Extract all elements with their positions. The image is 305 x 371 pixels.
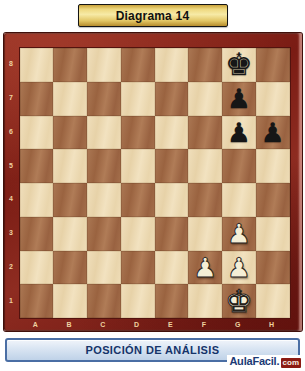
square-c7 bbox=[87, 82, 121, 116]
file-label-a: A bbox=[19, 317, 53, 331]
square-a8 bbox=[20, 48, 54, 82]
chess-board: ♚♟♟♟♟♟♟♚ bbox=[19, 47, 291, 319]
black-king: ♚ bbox=[225, 49, 253, 80]
square-h7 bbox=[256, 82, 290, 116]
white-pawn: ♟ bbox=[193, 254, 217, 281]
chess-diagram-page: Diagrama 14 ♚♟♟♟♟♟♟♚ ABCDEFGH 87654321 P… bbox=[0, 0, 305, 371]
square-g4 bbox=[222, 183, 256, 217]
square-g3: ♟ bbox=[222, 217, 256, 251]
diagram-title-plaque: Diagrama 14 bbox=[78, 4, 228, 27]
rank-label-6: 6 bbox=[4, 115, 19, 149]
square-a5 bbox=[20, 149, 54, 183]
square-g5 bbox=[222, 149, 256, 183]
square-f4 bbox=[188, 183, 222, 217]
square-b5 bbox=[53, 149, 87, 183]
file-label-b: B bbox=[52, 317, 86, 331]
aulafacil-brand-text: AulaFacil bbox=[229, 355, 276, 367]
square-c6 bbox=[87, 116, 121, 150]
square-c5 bbox=[87, 149, 121, 183]
rank-label-1: 1 bbox=[4, 283, 19, 317]
rank-label-4: 4 bbox=[4, 182, 19, 216]
rank-label-3: 3 bbox=[4, 216, 19, 250]
square-b4 bbox=[53, 183, 87, 217]
square-g7: ♟ bbox=[222, 82, 256, 116]
square-e5 bbox=[155, 149, 189, 183]
square-f2: ♟ bbox=[188, 251, 222, 285]
square-h8 bbox=[256, 48, 290, 82]
chess-board-frame: ♚♟♟♟♟♟♟♚ ABCDEFGH 87654321 bbox=[4, 33, 302, 331]
white-king: ♚ bbox=[225, 286, 253, 317]
square-a2 bbox=[20, 251, 54, 285]
diagram-title: Diagrama 14 bbox=[116, 9, 190, 23]
aulafacil-logo: AulaFacil.com bbox=[227, 355, 301, 368]
square-h6: ♟ bbox=[256, 116, 290, 150]
rank-label-8: 8 bbox=[4, 47, 19, 81]
file-label-g: G bbox=[221, 317, 255, 331]
square-h4 bbox=[256, 183, 290, 217]
square-c4 bbox=[87, 183, 121, 217]
square-d7 bbox=[121, 82, 155, 116]
square-h5 bbox=[256, 149, 290, 183]
aulafacil-dot: . bbox=[276, 355, 279, 367]
square-c8 bbox=[87, 48, 121, 82]
rank-label-7: 7 bbox=[4, 81, 19, 115]
white-pawn: ♟ bbox=[227, 220, 251, 247]
square-d6 bbox=[121, 116, 155, 150]
square-e2 bbox=[155, 251, 189, 285]
file-label-f: F bbox=[187, 317, 221, 331]
square-h2 bbox=[256, 251, 290, 285]
rank-labels: 87654321 bbox=[4, 47, 19, 317]
square-b2 bbox=[53, 251, 87, 285]
square-f3 bbox=[188, 217, 222, 251]
square-h3 bbox=[256, 217, 290, 251]
file-labels: ABCDEFGH bbox=[19, 317, 289, 331]
square-e6 bbox=[155, 116, 189, 150]
square-g6: ♟ bbox=[222, 116, 256, 150]
square-a6 bbox=[20, 116, 54, 150]
square-e4 bbox=[155, 183, 189, 217]
file-label-d: D bbox=[120, 317, 154, 331]
square-b8 bbox=[53, 48, 87, 82]
square-f8 bbox=[188, 48, 222, 82]
square-g8: ♚ bbox=[222, 48, 256, 82]
file-label-h: H bbox=[255, 317, 289, 331]
aulafacil-tld-badge: com bbox=[281, 358, 301, 368]
square-f6 bbox=[188, 116, 222, 150]
square-f1 bbox=[188, 284, 222, 318]
rank-label-5: 5 bbox=[4, 148, 19, 182]
square-d1 bbox=[121, 284, 155, 318]
square-e8 bbox=[155, 48, 189, 82]
rank-label-2: 2 bbox=[4, 250, 19, 284]
square-b3 bbox=[53, 217, 87, 251]
square-b7 bbox=[53, 82, 87, 116]
square-g1: ♚ bbox=[222, 284, 256, 318]
file-label-e: E bbox=[154, 317, 188, 331]
square-d5 bbox=[121, 149, 155, 183]
square-f7 bbox=[188, 82, 222, 116]
square-a7 bbox=[20, 82, 54, 116]
square-e7 bbox=[155, 82, 189, 116]
white-pawn: ♟ bbox=[227, 254, 251, 281]
square-d4 bbox=[121, 183, 155, 217]
square-c1 bbox=[87, 284, 121, 318]
black-pawn: ♟ bbox=[227, 85, 251, 112]
square-d2 bbox=[121, 251, 155, 285]
square-a1 bbox=[20, 284, 54, 318]
black-pawn: ♟ bbox=[227, 119, 251, 146]
square-b6 bbox=[53, 116, 87, 150]
square-h1 bbox=[256, 284, 290, 318]
square-e3 bbox=[155, 217, 189, 251]
square-g2: ♟ bbox=[222, 251, 256, 285]
square-d3 bbox=[121, 217, 155, 251]
square-f5 bbox=[188, 149, 222, 183]
square-a3 bbox=[20, 217, 54, 251]
black-pawn: ♟ bbox=[261, 119, 285, 146]
file-label-c: C bbox=[86, 317, 120, 331]
caption-text: POSICIÓN DE ANÁLISIS bbox=[85, 344, 219, 356]
square-a4 bbox=[20, 183, 54, 217]
square-c2 bbox=[87, 251, 121, 285]
square-d8 bbox=[121, 48, 155, 82]
square-b1 bbox=[53, 284, 87, 318]
square-c3 bbox=[87, 217, 121, 251]
square-e1 bbox=[155, 284, 189, 318]
